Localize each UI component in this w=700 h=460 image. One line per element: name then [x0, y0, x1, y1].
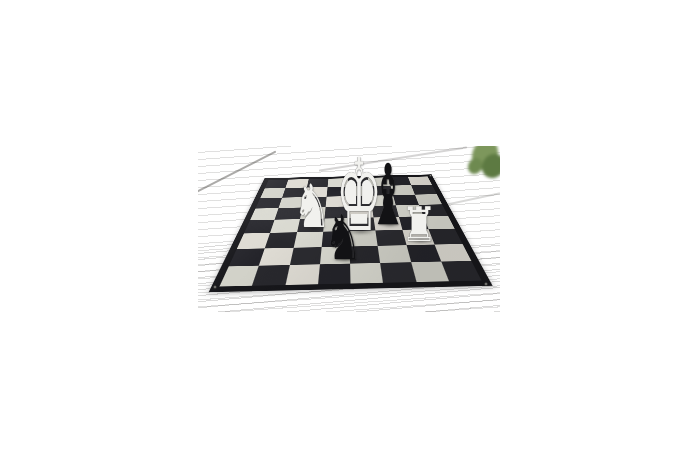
pieces-layer: ♞♚♝♜♞ [198, 146, 500, 312]
white-rook-piece: ♜ [419, 241, 462, 289]
page-background: { "game": "chess", "scene": "outdoor gia… [0, 0, 700, 460]
black-knight-piece: ♞ [343, 260, 399, 312]
outdoor-chess-photo: ♞♚♝♜♞ [198, 146, 500, 312]
